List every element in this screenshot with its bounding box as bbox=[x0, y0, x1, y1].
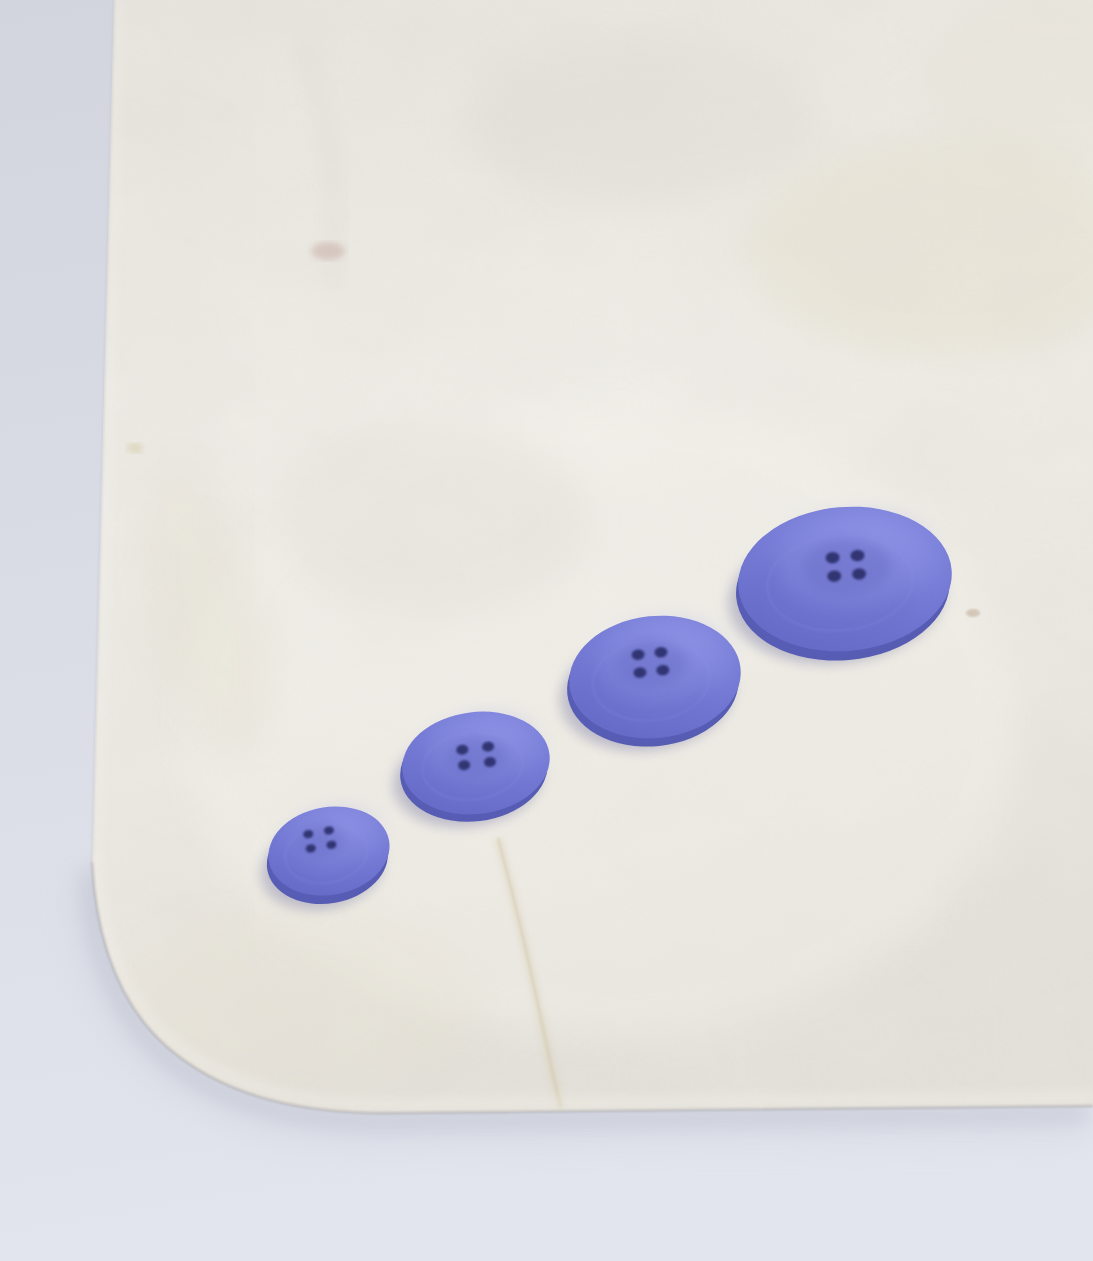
scene-svg bbox=[0, 0, 1093, 1261]
marble-speck bbox=[966, 609, 980, 617]
buttons-on-marble-photo bbox=[0, 0, 1093, 1261]
marble-vein-cloud bbox=[270, 425, 590, 615]
marble-speck bbox=[127, 443, 143, 453]
marble-speck bbox=[311, 242, 345, 260]
marble-vein-cloud bbox=[460, 35, 820, 205]
